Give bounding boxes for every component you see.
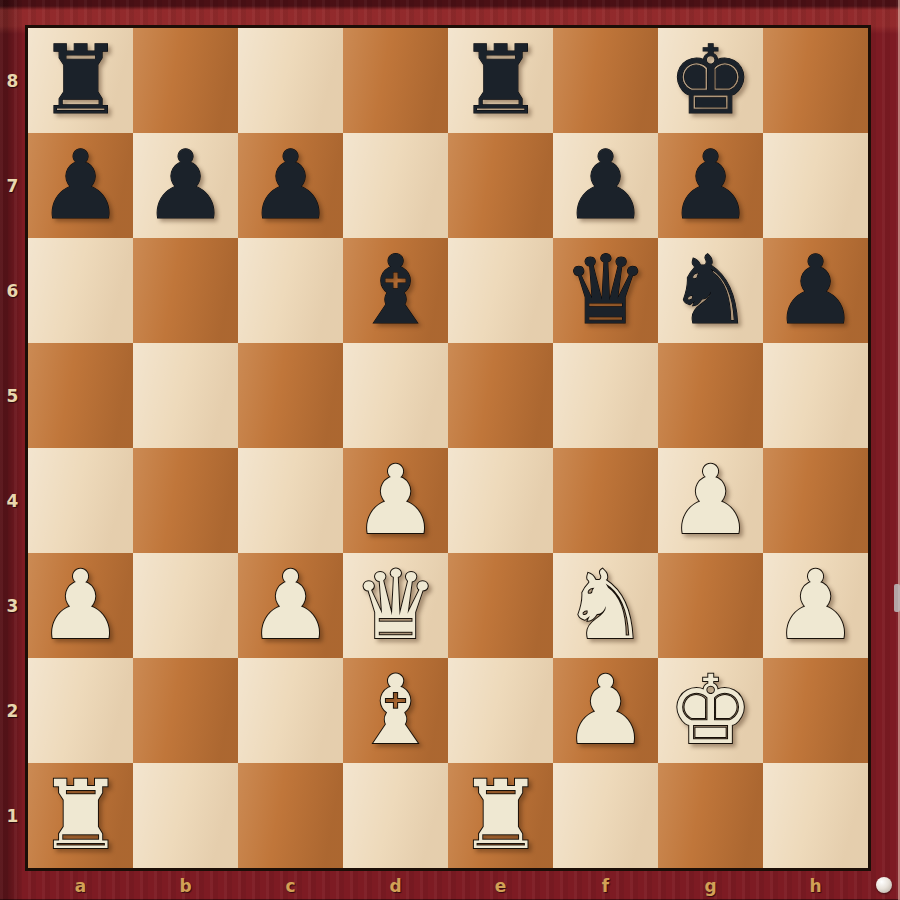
scrollbar-thumb[interactable] [894,584,900,612]
square-d1[interactable] [343,763,448,868]
square-a4[interactable] [28,448,133,553]
square-h6[interactable]: ♟ [763,238,868,343]
square-d4[interactable]: ♟ [343,448,448,553]
piece-white-pawn[interactable]: ♟ [668,448,753,553]
square-d2[interactable]: ♝ [343,658,448,763]
rank-label-1: 1 [0,763,25,868]
square-e6[interactable] [448,238,553,343]
chess-board-window: ♜♜♚♟♟♟♟♟♝♛♞♟♟♟♟♟♛♞♟♝♟♚♜♜ 87654321 abcdef… [0,0,900,900]
square-a6[interactable] [28,238,133,343]
rank-label-2: 2 [0,658,25,763]
piece-black-queen[interactable]: ♛ [563,238,648,343]
square-f6[interactable]: ♛ [553,238,658,343]
piece-white-king[interactable]: ♚ [668,658,753,763]
piece-white-rook[interactable]: ♜ [38,763,123,868]
rank-label-6: 6 [0,238,25,343]
square-g7[interactable]: ♟ [658,133,763,238]
square-b4[interactable] [133,448,238,553]
square-a2[interactable] [28,658,133,763]
piece-black-pawn[interactable]: ♟ [563,133,648,238]
piece-white-rook[interactable]: ♜ [458,763,543,868]
rank-label-3: 3 [0,553,25,658]
piece-black-pawn[interactable]: ♟ [668,133,753,238]
chess-board: ♜♜♚♟♟♟♟♟♝♛♞♟♟♟♟♟♛♞♟♝♟♚♜♜ [25,25,871,871]
square-e3[interactable] [448,553,553,658]
square-c3[interactable]: ♟ [238,553,343,658]
square-c6[interactable] [238,238,343,343]
piece-white-pawn[interactable]: ♟ [563,658,648,763]
rank-label-8: 8 [0,28,25,133]
square-g5[interactable] [658,343,763,448]
square-h7[interactable] [763,133,868,238]
piece-black-king[interactable]: ♚ [668,28,753,133]
square-g2[interactable]: ♚ [658,658,763,763]
file-coordinates: abcdefgh [28,871,868,898]
square-d8[interactable] [343,28,448,133]
square-e1[interactable]: ♜ [448,763,553,868]
square-b2[interactable] [133,658,238,763]
piece-white-pawn[interactable]: ♟ [353,448,438,553]
square-f8[interactable] [553,28,658,133]
square-h3[interactable]: ♟ [763,553,868,658]
piece-white-pawn[interactable]: ♟ [248,553,333,658]
file-label-d: d [343,871,448,898]
square-b3[interactable] [133,553,238,658]
file-label-a: a [28,871,133,898]
square-a1[interactable]: ♜ [28,763,133,868]
square-a7[interactable]: ♟ [28,133,133,238]
piece-white-pawn[interactable]: ♟ [38,553,123,658]
square-f5[interactable] [553,343,658,448]
square-d5[interactable] [343,343,448,448]
square-b6[interactable] [133,238,238,343]
piece-black-rook[interactable]: ♜ [458,28,543,133]
square-f3[interactable]: ♞ [553,553,658,658]
square-h1[interactable] [763,763,868,868]
square-e4[interactable] [448,448,553,553]
square-h5[interactable] [763,343,868,448]
rank-label-5: 5 [0,343,25,448]
square-f2[interactable]: ♟ [553,658,658,763]
square-e2[interactable] [448,658,553,763]
square-g8[interactable]: ♚ [658,28,763,133]
square-h4[interactable] [763,448,868,553]
piece-black-knight[interactable]: ♞ [668,238,753,343]
piece-black-pawn[interactable]: ♟ [143,133,228,238]
piece-black-pawn[interactable]: ♟ [248,133,333,238]
square-f4[interactable] [553,448,658,553]
rank-coordinates: 87654321 [0,28,25,868]
file-label-f: f [553,871,658,898]
square-e8[interactable]: ♜ [448,28,553,133]
file-label-h: h [763,871,868,898]
square-g1[interactable] [658,763,763,868]
square-a5[interactable] [28,343,133,448]
piece-black-pawn[interactable]: ♟ [773,238,858,343]
square-d7[interactable] [343,133,448,238]
rank-label-7: 7 [0,133,25,238]
piece-white-pawn[interactable]: ♟ [773,553,858,658]
piece-white-queen[interactable]: ♛ [353,553,438,658]
white-to-move-indicator [876,877,892,893]
piece-white-knight[interactable]: ♞ [563,553,648,658]
file-label-e: e [448,871,553,898]
square-e7[interactable] [448,133,553,238]
square-f7[interactable]: ♟ [553,133,658,238]
piece-black-rook[interactable]: ♜ [38,28,123,133]
square-b5[interactable] [133,343,238,448]
piece-black-bishop[interactable]: ♝ [353,238,438,343]
square-g4[interactable]: ♟ [658,448,763,553]
square-c4[interactable] [238,448,343,553]
square-c1[interactable] [238,763,343,868]
piece-black-pawn[interactable]: ♟ [38,133,123,238]
square-c5[interactable] [238,343,343,448]
square-g6[interactable]: ♞ [658,238,763,343]
file-label-b: b [133,871,238,898]
rank-label-4: 4 [0,448,25,553]
square-d6[interactable]: ♝ [343,238,448,343]
square-b7[interactable]: ♟ [133,133,238,238]
file-label-c: c [238,871,343,898]
square-a3[interactable]: ♟ [28,553,133,658]
square-c7[interactable]: ♟ [238,133,343,238]
square-b8[interactable] [133,28,238,133]
square-a8[interactable]: ♜ [28,28,133,133]
square-b1[interactable] [133,763,238,868]
piece-white-bishop[interactable]: ♝ [353,658,438,763]
square-h2[interactable] [763,658,868,763]
file-label-g: g [658,871,763,898]
square-g3[interactable] [658,553,763,658]
square-e5[interactable] [448,343,553,448]
square-c8[interactable] [238,28,343,133]
square-d3[interactable]: ♛ [343,553,448,658]
square-c2[interactable] [238,658,343,763]
square-h8[interactable] [763,28,868,133]
square-f1[interactable] [553,763,658,868]
